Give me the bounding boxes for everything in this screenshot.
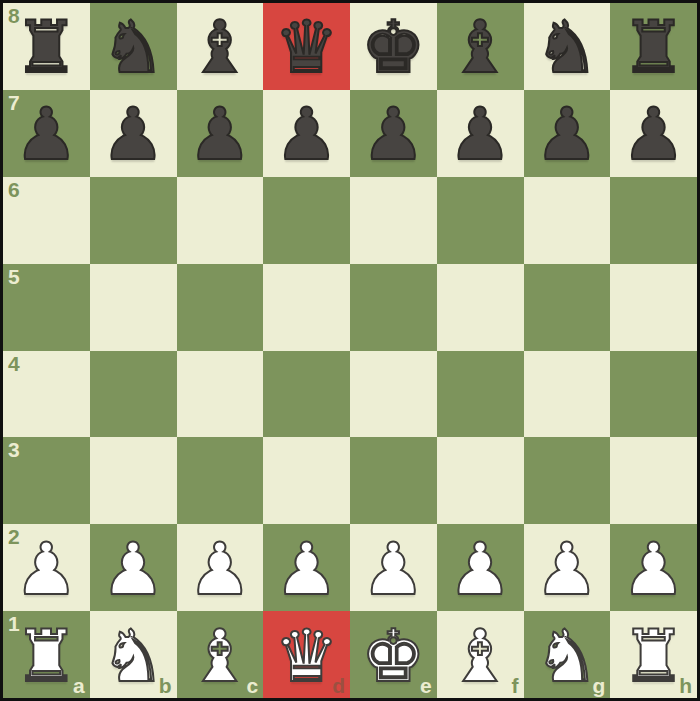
square-d7[interactable]: ♟: [263, 90, 350, 177]
white-knight-g1[interactable]: ♞: [535, 620, 600, 692]
square-d5[interactable]: [263, 264, 350, 351]
square-e7[interactable]: ♟: [350, 90, 437, 177]
square-d8[interactable]: ♛: [263, 3, 350, 90]
square-b3[interactable]: [90, 437, 177, 524]
black-pawn-b7[interactable]: ♟: [101, 98, 166, 170]
square-f1[interactable]: f♝: [437, 611, 524, 698]
black-pawn-f7[interactable]: ♟: [448, 98, 513, 170]
square-h6[interactable]: [610, 177, 697, 264]
chess-board-frame: 8♜♞♝♛♚♝♞♜7♟♟♟♟♟♟♟♟65432♟♟♟♟♟♟♟♟1a♜b♞c♝d♛…: [0, 0, 700, 701]
square-a6[interactable]: 6: [3, 177, 90, 264]
white-pawn-e2[interactable]: ♟: [361, 533, 426, 605]
square-d6[interactable]: [263, 177, 350, 264]
square-c7[interactable]: ♟: [177, 90, 264, 177]
square-f7[interactable]: ♟: [437, 90, 524, 177]
square-e3[interactable]: [350, 437, 437, 524]
square-d4[interactable]: [263, 351, 350, 438]
black-pawn-e7[interactable]: ♟: [361, 98, 426, 170]
white-knight-b1[interactable]: ♞: [101, 620, 166, 692]
square-a7[interactable]: 7♟: [3, 90, 90, 177]
square-a2[interactable]: 2♟: [3, 524, 90, 611]
square-f5[interactable]: [437, 264, 524, 351]
rank-label-4: 4: [8, 353, 20, 374]
square-g1[interactable]: g♞: [524, 611, 611, 698]
white-pawn-d2[interactable]: ♟: [274, 533, 339, 605]
square-f4[interactable]: [437, 351, 524, 438]
square-b5[interactable]: [90, 264, 177, 351]
square-g7[interactable]: ♟: [524, 90, 611, 177]
square-h5[interactable]: [610, 264, 697, 351]
white-pawn-h2[interactable]: ♟: [621, 533, 686, 605]
square-h4[interactable]: [610, 351, 697, 438]
white-bishop-f1[interactable]: ♝: [448, 620, 513, 692]
rank-label-5: 5: [8, 266, 20, 287]
square-b4[interactable]: [90, 351, 177, 438]
square-b6[interactable]: [90, 177, 177, 264]
square-c5[interactable]: [177, 264, 264, 351]
square-g6[interactable]: [524, 177, 611, 264]
white-pawn-g2[interactable]: ♟: [535, 533, 600, 605]
white-bishop-c1[interactable]: ♝: [188, 620, 253, 692]
square-f2[interactable]: ♟: [437, 524, 524, 611]
square-c2[interactable]: ♟: [177, 524, 264, 611]
black-knight-g8[interactable]: ♞: [535, 11, 600, 83]
square-h7[interactable]: ♟: [610, 90, 697, 177]
square-f3[interactable]: [437, 437, 524, 524]
square-a5[interactable]: 5: [3, 264, 90, 351]
square-h3[interactable]: [610, 437, 697, 524]
black-queen-d8[interactable]: ♛: [274, 11, 339, 83]
square-a4[interactable]: 4: [3, 351, 90, 438]
square-d3[interactable]: [263, 437, 350, 524]
square-c1[interactable]: c♝: [177, 611, 264, 698]
black-pawn-d7[interactable]: ♟: [274, 98, 339, 170]
square-h8[interactable]: ♜: [610, 3, 697, 90]
black-bishop-c8[interactable]: ♝: [188, 11, 253, 83]
square-e8[interactable]: ♚: [350, 3, 437, 90]
square-b1[interactable]: b♞: [90, 611, 177, 698]
white-pawn-b2[interactable]: ♟: [101, 533, 166, 605]
square-g8[interactable]: ♞: [524, 3, 611, 90]
square-g5[interactable]: [524, 264, 611, 351]
square-e4[interactable]: [350, 351, 437, 438]
white-king-e1[interactable]: ♚: [361, 620, 426, 692]
black-pawn-a7[interactable]: ♟: [14, 98, 79, 170]
white-rook-h1[interactable]: ♜: [621, 620, 686, 692]
square-e2[interactable]: ♟: [350, 524, 437, 611]
square-g2[interactable]: ♟: [524, 524, 611, 611]
square-f6[interactable]: [437, 177, 524, 264]
square-g4[interactable]: [524, 351, 611, 438]
black-pawn-h7[interactable]: ♟: [621, 98, 686, 170]
black-rook-a8[interactable]: ♜: [14, 11, 79, 83]
square-d1[interactable]: d♛: [263, 611, 350, 698]
square-c8[interactable]: ♝: [177, 3, 264, 90]
square-d2[interactable]: ♟: [263, 524, 350, 611]
chess-board: 8♜♞♝♛♚♝♞♜7♟♟♟♟♟♟♟♟65432♟♟♟♟♟♟♟♟1a♜b♞c♝d♛…: [3, 3, 697, 698]
white-rook-a1[interactable]: ♜: [14, 620, 79, 692]
square-f8[interactable]: ♝: [437, 3, 524, 90]
square-h2[interactable]: ♟: [610, 524, 697, 611]
white-queen-d1[interactable]: ♛: [274, 620, 339, 692]
square-e6[interactable]: [350, 177, 437, 264]
square-e5[interactable]: [350, 264, 437, 351]
square-b8[interactable]: ♞: [90, 3, 177, 90]
black-pawn-c7[interactable]: ♟: [188, 98, 253, 170]
white-pawn-f2[interactable]: ♟: [448, 533, 513, 605]
square-c3[interactable]: [177, 437, 264, 524]
square-g3[interactable]: [524, 437, 611, 524]
black-bishop-f8[interactable]: ♝: [448, 11, 513, 83]
black-king-e8[interactable]: ♚: [361, 11, 426, 83]
square-b7[interactable]: ♟: [90, 90, 177, 177]
square-b2[interactable]: ♟: [90, 524, 177, 611]
rank-label-6: 6: [8, 179, 20, 200]
square-a8[interactable]: 8♜: [3, 3, 90, 90]
white-pawn-c2[interactable]: ♟: [188, 533, 253, 605]
square-c4[interactable]: [177, 351, 264, 438]
black-knight-b8[interactable]: ♞: [101, 11, 166, 83]
square-e1[interactable]: e♚: [350, 611, 437, 698]
square-a3[interactable]: 3: [3, 437, 90, 524]
square-c6[interactable]: [177, 177, 264, 264]
square-h1[interactable]: h♜: [610, 611, 697, 698]
rank-label-3: 3: [8, 439, 20, 460]
black-rook-h8[interactable]: ♜: [621, 11, 686, 83]
black-pawn-g7[interactable]: ♟: [535, 98, 600, 170]
file-label-f: f: [512, 675, 519, 696]
square-a1[interactable]: 1a♜: [3, 611, 90, 698]
white-pawn-a2[interactable]: ♟: [14, 533, 79, 605]
